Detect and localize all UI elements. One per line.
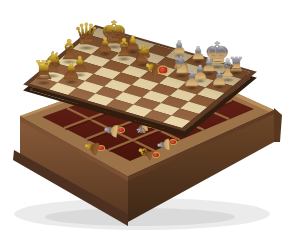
- box-molding-right: [274, 108, 282, 142]
- chess-set-photo: ♟♞♟♝♟ ♚♛♟♟♟♝♟♝♞♚♜♟♟♞♞♝♟♟♜♟♟♟: [0, 0, 290, 236]
